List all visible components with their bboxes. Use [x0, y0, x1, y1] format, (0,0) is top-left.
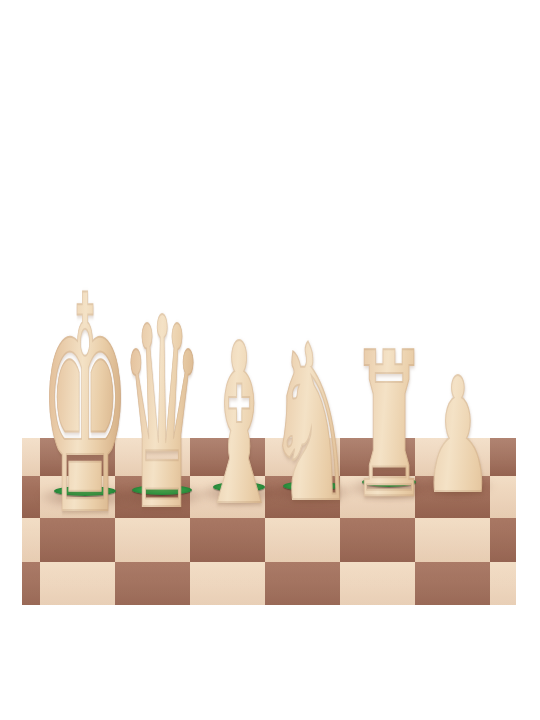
product-photo-stage: ♚♛♝♞♜♟	[0, 0, 540, 720]
pieces-layer: ♚♛♝♞♜♟	[0, 0, 540, 720]
piece-pawn[interactable]: ♟	[378, 356, 538, 515]
